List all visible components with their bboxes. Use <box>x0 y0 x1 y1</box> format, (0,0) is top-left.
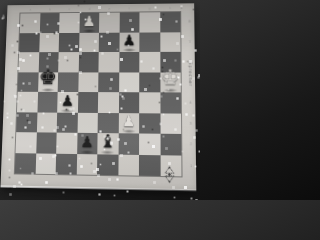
rank-label-4: 4 <box>189 101 191 105</box>
square-h8 <box>160 12 181 32</box>
file-label-g: g <box>149 6 151 10</box>
square-f6 <box>119 52 140 72</box>
square-h5: ♚ <box>160 72 181 92</box>
square-g6 <box>139 52 160 72</box>
square-h7 <box>160 32 181 52</box>
file-label-e: e <box>108 7 110 11</box>
file-label-d: d <box>88 7 90 11</box>
square-c8 <box>59 13 79 33</box>
square-c4: ♟ <box>57 92 78 112</box>
black-bishop-piece: ♝ <box>97 132 118 151</box>
black-pawn-piece: ♟ <box>57 93 78 108</box>
square-a7 <box>19 33 39 53</box>
square-c5 <box>58 72 79 92</box>
square-b8 <box>39 13 59 33</box>
chess-board-grid: ♟♟♚♚♟♟♟♝ <box>15 12 182 176</box>
rank-label-7: 7 <box>189 40 191 44</box>
square-e2: ♝ <box>97 133 118 154</box>
square-a8 <box>20 13 40 32</box>
photo-scene: ♟♟♚♚♟♟♟♝ Sprecher 87654321abcdefgh <box>0 0 200 200</box>
square-b7 <box>39 33 59 53</box>
white-pawn-piece: ♟ <box>118 114 139 129</box>
square-d2: ♟ <box>77 133 98 154</box>
board-edge-highlight <box>0 185 196 191</box>
film-dust-speckles <box>0 0 1 1</box>
square-c6 <box>58 52 78 72</box>
chess-board: ♟♟♚♚♟♟♟♝ Sprecher 87654321abcdefgh <box>0 3 196 190</box>
file-label-a: a <box>29 7 31 11</box>
rank-label-8: 8 <box>188 20 190 24</box>
square-d4 <box>77 92 98 112</box>
square-h6 <box>160 52 181 72</box>
square-d8: ♟ <box>79 13 99 33</box>
square-f7: ♟ <box>119 32 139 52</box>
square-g1 <box>139 154 160 176</box>
square-e3 <box>98 112 119 133</box>
square-a6 <box>18 52 38 72</box>
rank-label-2: 2 <box>190 143 192 147</box>
square-d5 <box>78 72 99 92</box>
square-e4 <box>98 92 119 113</box>
square-g5 <box>139 72 160 92</box>
square-h1 <box>160 155 181 177</box>
square-c3 <box>57 112 78 133</box>
square-e7 <box>99 32 119 52</box>
square-d6 <box>78 52 98 72</box>
square-b6 <box>38 52 58 72</box>
square-e8 <box>99 13 119 33</box>
square-c7 <box>59 32 79 52</box>
square-g7 <box>139 32 160 52</box>
black-pawn-piece: ♟ <box>77 134 98 149</box>
square-f1 <box>118 154 139 175</box>
file-label-f: f <box>128 6 129 10</box>
square-b2 <box>36 132 57 153</box>
square-e6 <box>98 52 119 72</box>
square-b5: ♚ <box>38 72 59 92</box>
square-f2 <box>118 133 139 154</box>
square-d7 <box>79 32 99 52</box>
file-label-h: h <box>169 6 171 10</box>
rank-label-3: 3 <box>190 122 192 126</box>
square-a2 <box>16 132 37 153</box>
square-b3 <box>36 112 57 133</box>
square-a4 <box>17 92 38 112</box>
square-a3 <box>16 112 37 133</box>
square-f5 <box>119 72 140 92</box>
rank-label-5: 5 <box>189 80 191 84</box>
square-b1 <box>35 153 56 174</box>
square-a1 <box>15 153 36 174</box>
square-h4 <box>160 92 181 113</box>
square-g8 <box>139 12 159 32</box>
square-a5 <box>18 72 39 92</box>
rank-label-6: 6 <box>189 60 191 64</box>
square-g4 <box>139 92 160 113</box>
square-e5 <box>98 72 119 92</box>
square-d1 <box>76 154 97 175</box>
square-f8 <box>119 12 139 32</box>
square-b4 <box>37 92 58 112</box>
square-f4 <box>118 92 139 113</box>
black-pawn-piece: ♟ <box>119 34 139 49</box>
square-c1 <box>56 153 77 174</box>
square-f3: ♟ <box>118 113 139 134</box>
file-label-b: b <box>49 7 51 11</box>
rank-label-1: 1 <box>190 164 192 168</box>
square-h3 <box>160 113 181 134</box>
file-label-c: c <box>69 7 71 11</box>
white-pawn-piece: ♟ <box>79 14 99 28</box>
square-g2 <box>139 133 160 154</box>
square-c2 <box>56 133 77 154</box>
square-g3 <box>139 113 160 134</box>
square-e1 <box>97 154 118 175</box>
square-h2 <box>160 134 181 155</box>
square-d3 <box>77 112 98 133</box>
